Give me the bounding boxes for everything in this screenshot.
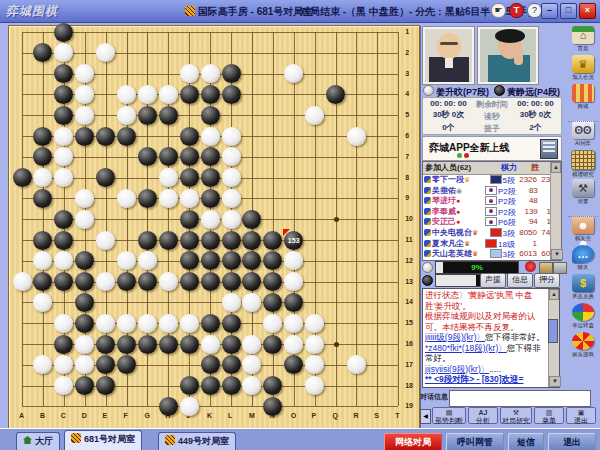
white-stone [242,335,261,354]
board-number: 4 [405,90,409,97]
black-stone [138,231,157,250]
tiger-room-icon [71,433,81,443]
thumbs-up-icon [424,240,431,247]
spectator-wins: 94 [516,217,538,228]
thumbs-up-icon [424,187,431,194]
white-stone [284,314,303,333]
black-stone [138,106,157,125]
black-stone [159,106,178,125]
board-letter: K [207,412,212,419]
white-stone [180,64,199,83]
white-stone [33,168,52,187]
room-title: 国际高手房 - 681号对局室 [185,5,313,19]
crown2-badge-icon: ♛ [472,228,478,239]
black-stone [242,210,261,229]
black-stone [201,355,220,374]
black-stone [159,231,178,250]
board-number: 1 [405,28,409,35]
flag-icon [485,217,497,226]
white-stone [138,314,157,333]
button-短信[interactable]: 短信 [508,433,544,450]
timer-labels: 剩余时间读秒提子 [474,98,510,134]
white-stone [347,127,366,146]
settings-icon[interactable]: ⚒ [572,179,594,197]
spectator-list-header: 参加人员(62) 棋力 胜 败 [423,162,561,175]
white-stone [117,106,136,125]
black-stone [54,64,73,83]
spectator-list[interactable]: 参加人员(62) 棋力 胜 败 零下一段♛5段23262327吴垂佑◉P2段83… [422,161,562,261]
black-stone [180,231,199,250]
button-退出[interactable]: 退出 [548,433,596,450]
app-logo: 弈城围棋 [6,3,58,20]
white-stone [138,85,157,104]
white-timer: 00: 00: 0030秒 0次0个 [423,98,474,134]
board-letter: L [228,412,232,419]
chat-log[interactable]: 进行状态〉'黄静远'执黑 中盘胜'姜升旼'。根据弈城规则以及对局者的认可。本结果… [422,288,560,388]
board-number: 2 [405,49,409,56]
white-stone [96,272,115,291]
board-letter: F [124,412,128,419]
white-stone [242,376,261,395]
spectator-name: 安正己● [423,217,485,228]
black-stone [33,272,52,291]
white-stone [242,293,261,312]
white-stone [75,335,94,354]
black-stone [263,251,282,270]
black-stone [96,376,115,395]
black-stone [242,251,261,270]
black-stone [263,397,282,416]
black-stone [326,85,345,104]
red-badge-icon: ● [456,196,460,207]
side-icon-chat[interactable]: …聊天 [566,245,600,272]
black-stone [222,376,241,395]
white-stone [117,85,136,104]
white-stone [201,64,220,83]
white-stone [159,168,178,187]
chat-button-押分[interactable]: 押分 [534,273,560,288]
black-stone [117,355,136,374]
white-stone [305,335,324,354]
tiger-room-icon [185,6,195,16]
side-icon-wheel[interactable]: 幸运转盘 [566,303,600,330]
go-board[interactable]: A1B2C3D4E5F6G7H8J9K10L11M12N13O14P15Q16R… [8,25,420,430]
对局研究-icon: ⚒ [501,409,531,417]
chat-scroll-thumb[interactable] [548,319,558,343]
black-stone [54,231,73,250]
black-stone [75,272,94,291]
black-stone [284,293,303,312]
white-stone [117,314,136,333]
black-stone [242,272,261,291]
grid-line [22,406,398,407]
tab-449号对局室[interactable]: 449号对局室 [158,432,236,450]
board-letter: O [291,412,296,419]
black-stone [263,272,282,291]
white-stone [222,147,241,166]
t-badge-icon[interactable]: T [509,3,524,18]
side-icon-mall[interactable]: 商城 [566,84,600,111]
spectator-wins: 2326 [515,175,537,186]
white-stone [75,355,94,374]
black-stone [159,147,178,166]
board-number: 11 [405,236,412,243]
菜单-icon: ▥ [535,409,563,417]
spectator-wins: 83 [516,186,538,197]
apple-icon [464,153,469,158]
black-stone [75,314,94,333]
timer-panel: 00: 00: 0030秒 0次0个 剩余时间读秒提子 00: 00: 0030… [422,97,562,135]
black-stone [13,168,32,187]
spectator-row[interactable]: 李奉威●P2段139144 [423,207,561,218]
grid-line [356,32,357,406]
spectator-row[interactable]: 琴进玗●P2段4875 [423,196,561,207]
black-stone [138,335,157,354]
side-icon-home[interactable]: ⌂首页 [566,26,600,53]
chat-line: 根据弈城规则以及对局者的认可。本结果将不再反复。 [425,311,547,332]
white-stone [54,376,73,395]
tiger-room-icon [165,435,175,445]
side-icon-kifu[interactable]: 棋谱研究 [566,150,600,179]
black-stone [96,355,115,374]
spectator-scrollbar[interactable]: ▲ ▼ [550,162,561,260]
android-icon [457,153,462,158]
spectator-wins: 139 [516,207,538,218]
white-stone [305,376,324,395]
white-support-bar-row: 9% [422,261,560,273]
maximize-button[interactable]: □ [560,3,577,19]
black-stone-icon [494,85,505,96]
white-stone [33,355,52,374]
black-stone [180,127,199,146]
white-stone [284,335,303,354]
white-stone [222,168,241,187]
white-stone [284,64,303,83]
black-stone [201,272,220,291]
board-letter: Q [333,412,338,419]
black-stone [180,85,199,104]
black-stone [159,335,178,354]
white-player-photo [423,27,474,84]
board-number: 16 [405,340,413,347]
black-support-bar-row: 91% 声援信息押分 [422,274,560,286]
side-icon-friends[interactable]: ☻☻棋友会 [566,216,600,243]
spectator-name: 天山老英雄♛ [423,249,485,260]
board-letter: A [19,412,24,419]
hand-icon[interactable]: ☛ [491,3,506,18]
chat-line: jiiiii级(9段)(kr)〉您下得非常好。 [425,332,547,343]
black-stone [201,231,220,250]
board-number: 19 [405,402,413,409]
scroll-up-icon[interactable]: ▲ [551,162,561,173]
white-stone [263,314,282,333]
member-icon[interactable]: ♛ [572,55,594,73]
minimize-button[interactable]: – [541,3,558,19]
games-icon[interactable] [572,332,594,350]
white-stone [54,43,73,62]
black-stone [222,85,241,104]
white-stone [201,335,220,354]
spectator-wins: 48 [516,196,538,207]
spectator-rank: 5段 [485,175,515,186]
black-stone [222,335,241,354]
white-stone [180,189,199,208]
spectator-name: 夏末凡尘♛ [423,239,485,250]
white-stone [96,231,115,250]
spectator-rank: 3段 [485,249,515,260]
black-stone [201,189,220,208]
black-stone [222,231,241,250]
black-stone [263,293,282,312]
white-stone [138,251,157,270]
white-stone [222,293,241,312]
friends-icon[interactable]: ☻☻ [572,216,594,234]
white-stone [201,127,220,146]
board-number: 8 [405,174,409,181]
bottom-bar: 大厅681号对局室449号对局室网络对局呼叫网管短信退出 [0,428,600,450]
board-letter: M [249,412,255,419]
toolbar-button-对局研究[interactable]: ⚒对局研究 [500,407,532,424]
spectator-row[interactable]: 安正己●P6段94105 [423,217,561,228]
white-stone [54,147,73,166]
white-support-bar: 9% [435,261,519,274]
toolbar-button-菜单[interactable]: ▥菜单 [534,407,564,424]
banner-text: 弈城APP全新上线 [429,141,510,155]
chat-scroll-down-icon[interactable]: ▼ [549,376,561,387]
spectator-name: 中央电视台♛ [423,228,485,239]
thumbs-up-icon [424,176,431,183]
white-stone [75,210,94,229]
black-stone [180,147,199,166]
board-letter: P [312,412,317,419]
black-timer: 00: 00: 0030秒 0次2个 [510,98,561,134]
white-stone [305,106,324,125]
tab-大厅[interactable]: 大厅 [16,432,60,450]
black-stone [222,272,241,291]
black-stone [201,168,220,187]
spectator-rank: 3段 [485,228,515,239]
crown-badge-icon: ♛ [464,175,470,186]
spectator-rank: P2段 [485,207,516,218]
board-number: 17 [405,361,413,368]
white-stone [96,43,115,62]
spectator-name: 琴进玗● [423,196,485,207]
black-stone [222,355,241,374]
side-icon-settings[interactable]: ⚒设置 [566,179,600,206]
spectator-row[interactable]: 吴垂佑◉P2段8393 [423,186,561,197]
chat-button-信息[interactable]: 信息 [507,273,533,288]
crown2-badge-icon: ♛ [472,249,478,260]
prize-icon[interactable]: $ [572,274,594,292]
app-banner[interactable]: 弈城APP全新上线 [422,136,562,161]
spectator-wins: 6013 [515,249,537,260]
toolbar-button-形势判断[interactable]: ▤形势判断 [432,407,466,424]
board-letter: D [82,412,87,419]
spectator-wins: 1 [515,239,537,250]
black-stone [201,314,220,333]
white-stone [117,251,136,270]
button-呼叫网管[interactable]: 呼叫网管 [446,433,504,450]
black-stone [75,293,94,312]
black-stone [284,355,303,374]
spectator-row[interactable]: 中央电视台♛3段80507402 [423,228,561,239]
white-stone [242,355,261,374]
white-stone [305,314,324,333]
side-icon-games[interactable]: 娱乐游戏 [566,332,600,359]
rose-icon[interactable] [525,261,536,272]
board-letter: C [61,412,66,419]
divider [568,216,598,217]
形势判断-icon: ▤ [433,409,465,417]
white-stone [13,272,32,291]
black-stone [117,127,136,146]
black-support-bar: 91% [435,274,481,287]
white-stone-icon [423,85,434,96]
board-number: 10 [405,215,413,222]
kifu-icon[interactable] [571,150,595,170]
toolbar-scroll-left-icon[interactable]: ◀ [420,409,431,424]
scroll-down-icon[interactable]: ▼ [551,249,563,260]
side-icon-member[interactable]: ♛加入会员 [566,55,600,82]
black-stone [96,168,115,187]
black-stone [201,85,220,104]
hat-badge-icon: ◉ [456,186,462,197]
board-number: 13 [405,278,413,285]
white-stone [201,210,220,229]
store-icons [457,153,469,159]
black-stone [263,335,282,354]
board-number: 5 [405,111,409,118]
help-icon[interactable]: ? [527,3,542,18]
black-stone [96,127,115,146]
board-number: 18 [405,382,413,389]
white-stone [347,355,366,374]
white-stone [222,189,241,208]
black-stone [180,272,199,291]
chat-line: jijsyiisi(9段)(kr)〉..... [425,364,547,375]
flag-icon [490,175,502,184]
board-letter: B [40,412,45,419]
black-stone [201,106,220,125]
white-stone [75,64,94,83]
board-letter: S [374,412,379,419]
spectator-rank: P6段 [485,217,516,228]
board-number: 12 [405,257,413,264]
spectator-rank: P2段 [485,196,516,207]
black-stone [180,210,199,229]
black-stone [33,189,52,208]
black-stone [54,335,73,354]
white-stone [284,272,303,291]
crown2-badge-icon: ♛ [464,239,470,250]
board-number: 6 [405,132,409,139]
black-stone [54,106,73,125]
black-stone [54,23,73,42]
board-number: 7 [405,153,409,160]
button-网络对局[interactable]: 网络对局 [384,433,442,450]
thumbs-up-icon [424,218,431,225]
black-stone [96,335,115,354]
spectator-row[interactable]: 夏末凡尘♛18级14 [423,239,561,250]
chat-scroll-up-icon[interactable]: ▲ [549,289,559,300]
spectator-wins: 8050 [515,228,537,239]
black-stone [201,251,220,270]
white-stone-icon [422,262,433,273]
black-stone [75,251,94,270]
black-stone [180,168,199,187]
white-stone [180,314,199,333]
spectator-row[interactable]: 零下一段♛5段23262327 [423,175,561,186]
black-stone [117,272,136,291]
home-icon[interactable]: ⌂ [572,26,594,44]
white-stone [33,251,52,270]
black-stone [242,231,261,250]
black-stone [159,397,178,416]
white-stone [33,293,52,312]
chat-icon[interactable]: … [572,245,594,263]
vending-machine-icon [540,139,558,159]
wheel-icon[interactable] [572,303,594,321]
black-stone [54,85,73,104]
spectator-rank: 18级 [485,239,515,250]
board-number: 9 [405,194,409,201]
white-stone [96,314,115,333]
black-stone [54,272,73,291]
chat-scrollbar[interactable]: ▲ ▼ [548,289,559,387]
black-stone [180,251,199,270]
black-stone [138,189,157,208]
black-stone [180,335,199,354]
toolbar-button-分析[interactable]: AJ分析 [468,407,498,424]
red-badge-icon: ● [456,217,460,228]
last-move-number: 153 [284,231,303,250]
home-icon [23,436,32,444]
board-letter: G [144,412,149,419]
spectator-row[interactable]: 天山老英雄♛3段60136022 [423,249,561,260]
thumbs-up-icon [424,250,431,257]
thumbs-up-icon [424,229,431,236]
white-stone [75,85,94,104]
chat-line: 进行状态〉'黄静远'执黑 中盘胜'姜升旼'。 [425,290,547,311]
ai-icon[interactable]: ʘʘ [572,121,594,139]
side-icon-strip: ⌂首页♛加入会员商城ʘʘAI对弈棋谱研究⚒设置☻☻棋友会…聊天$奖品兑换幸运转盘… [566,26,600,426]
black-stone [33,43,52,62]
thumbs-up-icon [424,197,431,204]
side-icon-prize[interactable]: $奖品兑换 [566,274,600,301]
grid-line [377,32,378,406]
close-button[interactable]: × [579,3,596,19]
black-stone-icon [422,275,433,286]
flag-icon [490,249,502,258]
black-stone [222,251,241,270]
white-stone [54,314,73,333]
flag-icon [490,228,502,237]
chat-button-声援[interactable]: 声援 [480,273,506,288]
side-icon-ai[interactable]: ʘʘAI对弈 [566,121,600,148]
divider [568,121,598,122]
chat-line: *z480*fki*(18段)(kr)〉您下得非常好。 [425,343,547,364]
black-stone [75,376,94,395]
mall-icon[interactable] [572,84,594,102]
white-stone [54,127,73,146]
black-stone [201,376,220,395]
black-player-photo [478,27,538,84]
tab-681号对局室[interactable]: 681号对局室 [64,430,142,450]
white-stone [54,355,73,374]
black-stone [138,272,157,291]
board-number: 3 [405,70,409,77]
white-stone [54,251,73,270]
